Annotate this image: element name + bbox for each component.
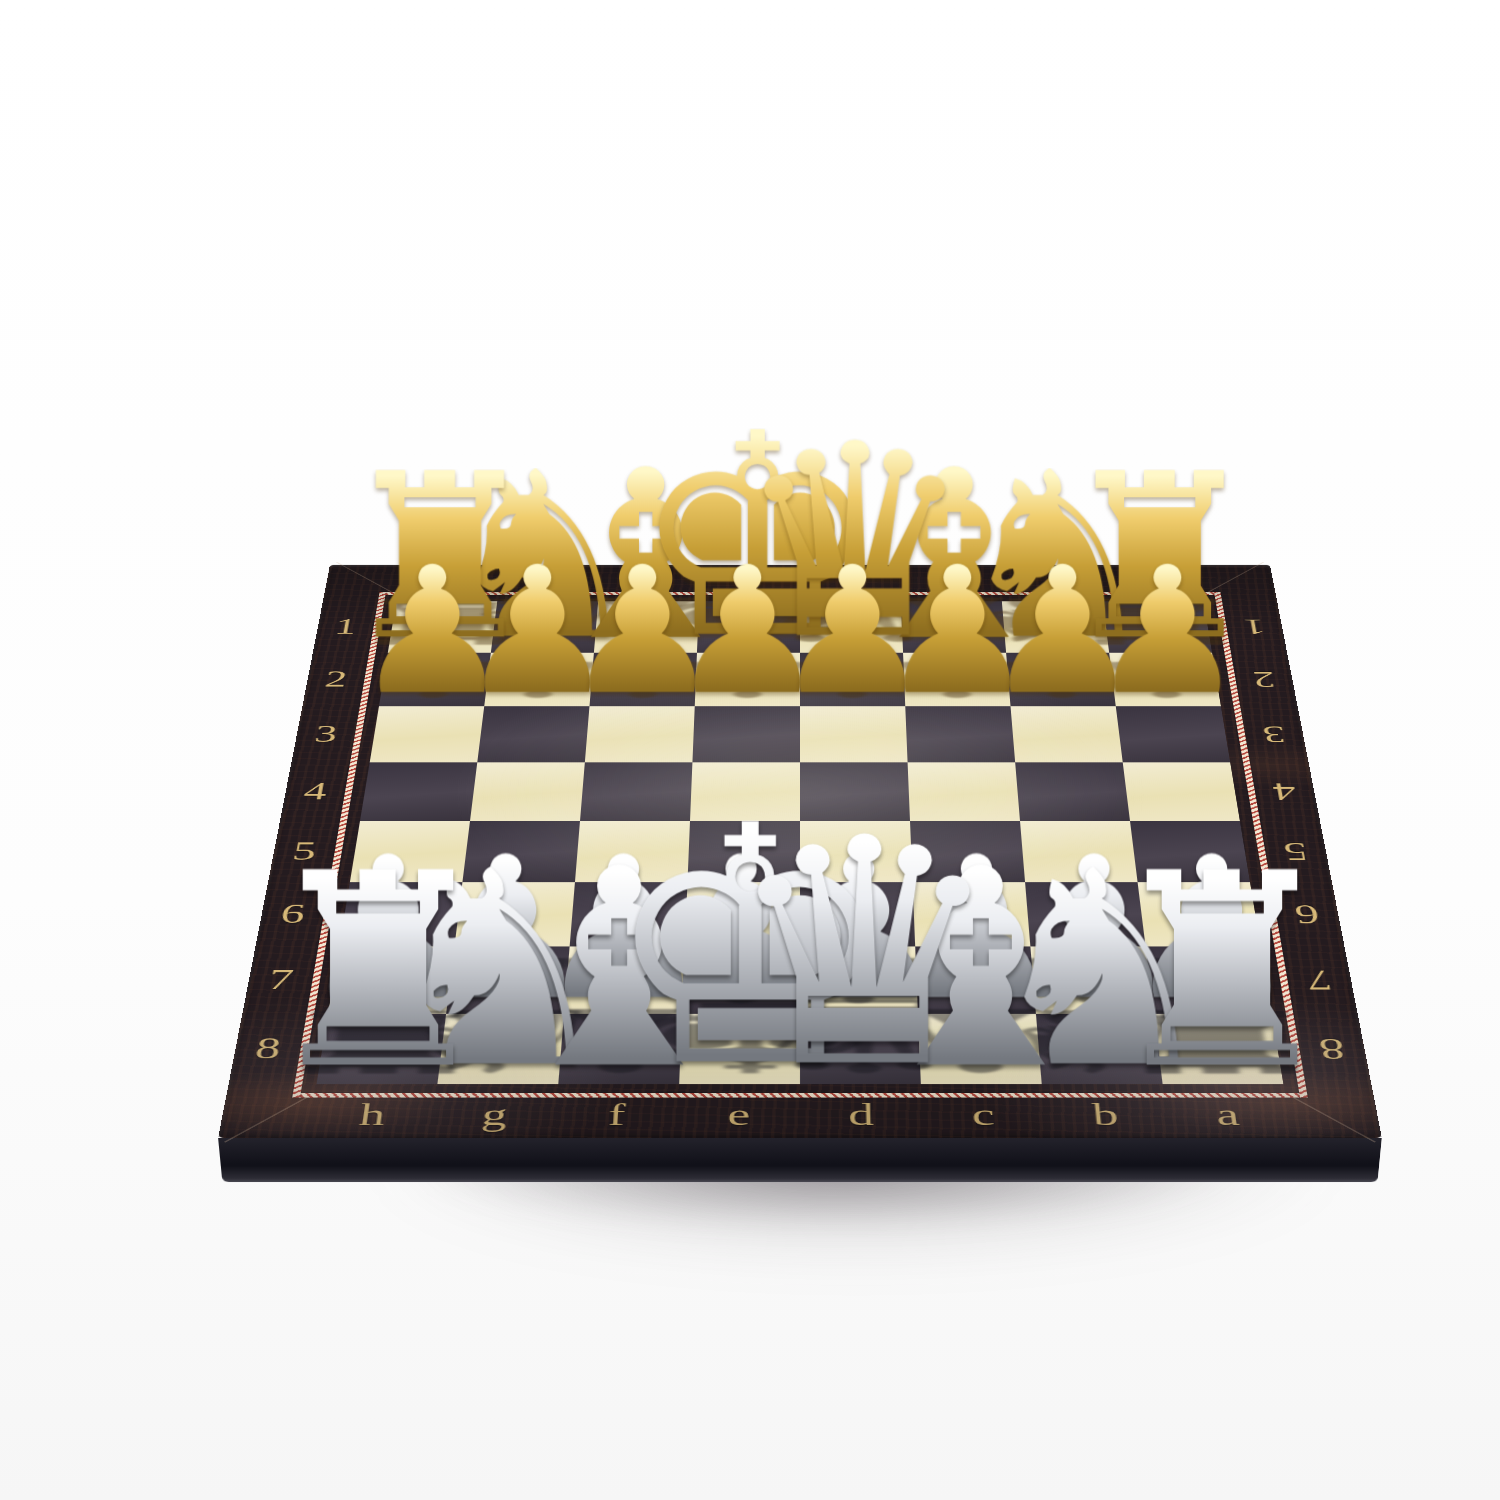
board-front-edge <box>218 1138 1382 1182</box>
file-label-f: f <box>554 1100 678 1132</box>
border-miter-line <box>1287 1094 1376 1143</box>
file-label-g: g <box>431 1100 557 1132</box>
piece-silver-rook-h8[interactable]: ♜ <box>241 868 515 1077</box>
square-c3[interactable] <box>905 706 1015 762</box>
square-e2[interactable] <box>695 653 800 707</box>
square-b3[interactable] <box>1011 706 1123 762</box>
square-a3[interactable] <box>1116 706 1231 762</box>
file-label-a: a <box>1165 1100 1292 1132</box>
square-h3[interactable] <box>370 706 485 762</box>
square-a1[interactable] <box>1103 601 1212 652</box>
rank-label-right-3: 3 <box>1246 720 1301 748</box>
square-f2[interactable] <box>589 653 696 707</box>
square-e3[interactable] <box>692 706 800 762</box>
square-c2[interactable] <box>903 653 1010 707</box>
file-label-c: c <box>922 1100 1046 1132</box>
square-d2[interactable] <box>800 653 905 707</box>
file-label-b: b <box>1043 1100 1169 1132</box>
square-f1[interactable] <box>594 601 699 652</box>
border-miter-line <box>224 1094 313 1143</box>
square-d3[interactable] <box>800 706 908 762</box>
rank-label-left-3: 3 <box>298 720 353 748</box>
square-g3[interactable] <box>477 706 589 762</box>
square-h2[interactable] <box>379 653 491 707</box>
square-g2[interactable] <box>484 653 594 707</box>
square-d1[interactable] <box>800 601 903 652</box>
square-b2[interactable] <box>1006 653 1116 707</box>
square-a4[interactable] <box>1123 762 1240 821</box>
piece-anchor-h8: ♜ <box>316 1014 446 1085</box>
piece-silver-queen-d8[interactable]: ♛ <box>723 832 997 1076</box>
product-photo-background: 1234567812345678hgfedcba ♜♞♝♚♛♝♞♜♟♟♟♟♟♟♟… <box>0 0 1500 1500</box>
square-h4[interactable] <box>360 762 477 821</box>
square-h1[interactable] <box>388 601 497 652</box>
square-g1[interactable] <box>491 601 598 652</box>
square-c1[interactable] <box>901 601 1006 652</box>
square-f3[interactable] <box>585 706 695 762</box>
rank-label-right-4: 4 <box>1256 777 1313 806</box>
file-label-h: h <box>309 1100 436 1132</box>
piece-anchor-d8: ♛ <box>800 1014 921 1085</box>
piece-silver-rook-a8[interactable]: ♜ <box>1085 868 1359 1077</box>
chess-board[interactable]: 1234567812345678hgfedcba ♜♞♝♚♛♝♞♜♟♟♟♟♟♟♟… <box>218 565 1382 1138</box>
square-b1[interactable] <box>1002 601 1109 652</box>
piece-anchor-a8: ♜ <box>1154 1014 1284 1085</box>
rank-label-left-4: 4 <box>287 777 344 806</box>
square-a2[interactable] <box>1109 653 1221 707</box>
file-label-d: d <box>800 1100 923 1132</box>
file-label-e: e <box>677 1100 800 1132</box>
square-e1[interactable] <box>697 601 800 652</box>
